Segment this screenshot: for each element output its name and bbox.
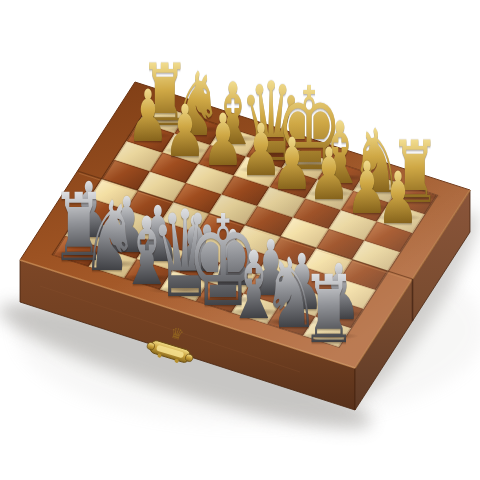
chess-board-grid [53, 103, 437, 347]
brass-clasp [145, 338, 195, 367]
maker-emblem: ♛ [168, 323, 186, 344]
svg-text:♛: ♛ [168, 323, 186, 344]
chess-set-photo: ♛ ♜♞♝♛♚♝♞♜♟♟♟♟♟♟♟♟♟♟♟♟♟♟♟♟♜♞♝♛♚♝♞♜ [0, 0, 480, 480]
